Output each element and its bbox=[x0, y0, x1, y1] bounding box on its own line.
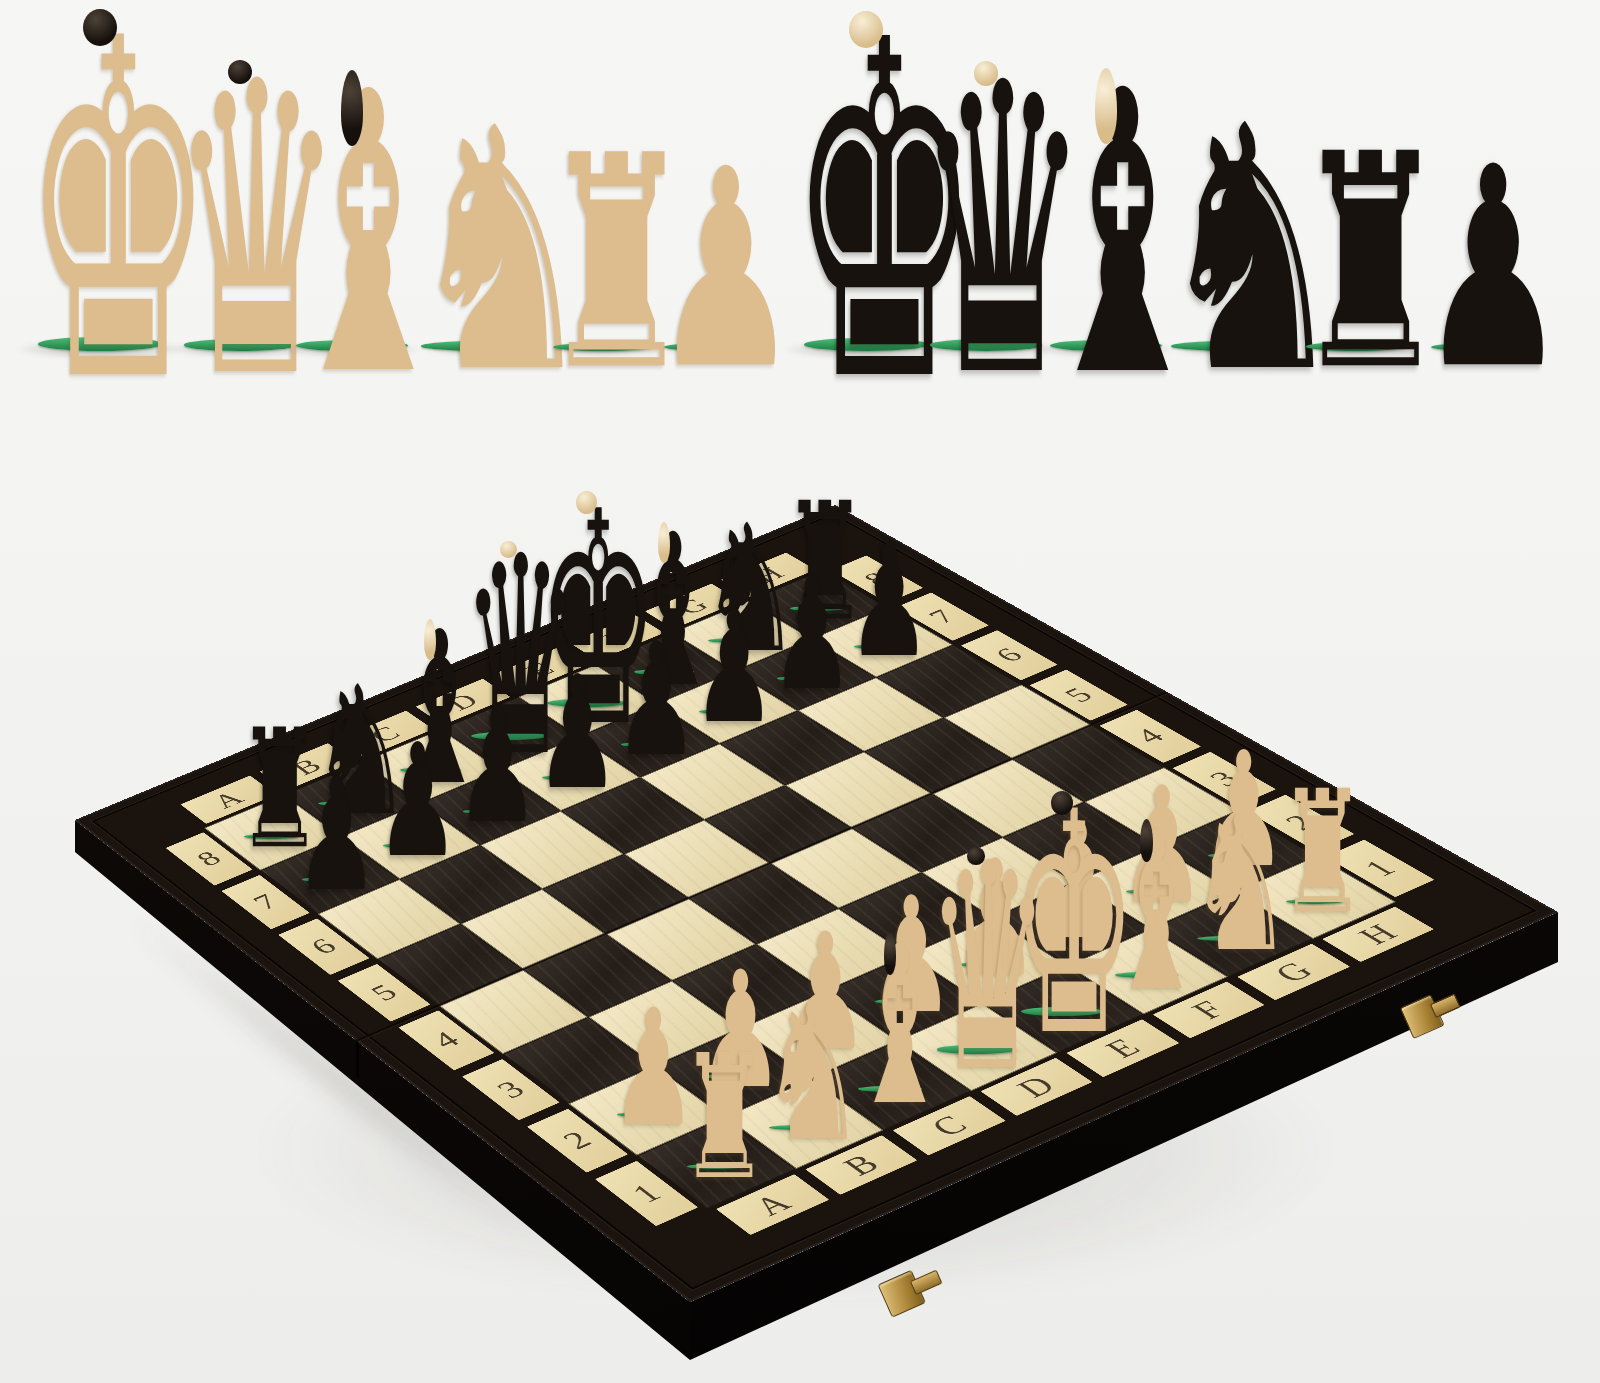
white-king-finial bbox=[1051, 791, 1073, 815]
white-queen-finial bbox=[967, 847, 985, 865]
black-pawn-glyph: ♟ bbox=[295, 757, 363, 913]
piece-white-rook-a1[interactable]: ♜ bbox=[654, 1045, 778, 1169]
chessboard: ABCDEFGH ABCDEFGH 87654321 87654321 ♜♞♟♝… bbox=[0, 0, 1600, 1383]
product-photo-stage: ♚♛♝♞♜♟ ♚♛♝♞♜♟ ABCDEFGH ABCDEFGH 87654321… bbox=[0, 0, 1600, 1383]
white-rook-glyph: ♜ bbox=[680, 1032, 752, 1203]
board-pieces-layer: ♜♞♟♝♟♚♟♛♟♝♟♞♟♜♟♟♟♟♜♟♞♟♝♟♚♟♛♟♝♟♞♜ bbox=[0, 0, 1600, 1383]
piece-black-pawn-a7[interactable]: ♟ bbox=[272, 768, 385, 881]
black-pawn-glyph: ♟ bbox=[376, 723, 444, 879]
